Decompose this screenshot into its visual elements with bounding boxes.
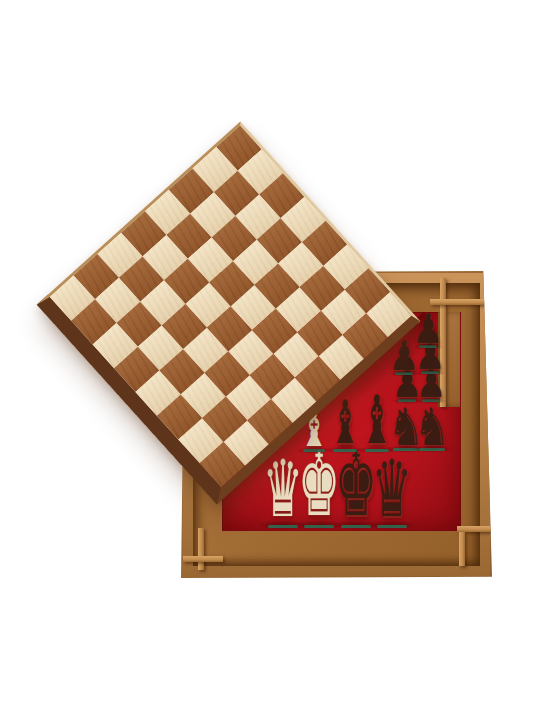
chess-piece-dark-knight: ♞ <box>412 413 452 451</box>
dark-bishop-glyph: ♝ <box>329 395 360 452</box>
chess-piece-dark-queen: ♛ <box>370 485 415 528</box>
product-photo: ♛♚♚♛♝♝♝♞♞♟♟♟♟♟ <box>0 0 540 720</box>
dark-pawn-glyph: ♟ <box>413 309 443 348</box>
dark-knight-glyph: ♞ <box>414 402 450 451</box>
dark-queen-glyph: ♛ <box>372 453 412 528</box>
chess-piece-dark-bishop: ♝ <box>328 419 363 452</box>
